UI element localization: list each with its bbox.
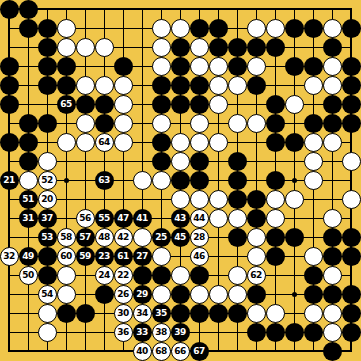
white-stone-numbered: 60: [57, 247, 76, 266]
white-stone: [247, 304, 266, 323]
white-stone: [266, 190, 285, 209]
black-stone: [0, 0, 19, 19]
black-stone: [0, 76, 19, 95]
black-stone: [209, 304, 228, 323]
white-stone: [190, 57, 209, 76]
white-stone-numbered: 32: [0, 247, 19, 266]
black-stone: [323, 247, 342, 266]
black-stone: [266, 133, 285, 152]
white-stone: [209, 57, 228, 76]
black-stone: [228, 304, 247, 323]
white-stone-numbered: 50: [19, 266, 38, 285]
white-stone: [114, 95, 133, 114]
black-stone: [323, 285, 342, 304]
white-stone: [266, 209, 285, 228]
white-stone: [209, 209, 228, 228]
black-stone: [57, 57, 76, 76]
white-stone: [285, 95, 304, 114]
white-stone-numbered: 66: [171, 342, 190, 361]
black-stone: [266, 247, 285, 266]
black-stone: [190, 19, 209, 38]
black-stone-numbered: 45: [171, 228, 190, 247]
white-stone: [228, 266, 247, 285]
white-stone: [304, 304, 323, 323]
black-stone: [57, 76, 76, 95]
white-stone-numbered: 62: [247, 266, 266, 285]
white-stone: [247, 247, 266, 266]
black-stone: [19, 114, 38, 133]
black-stone: [38, 57, 57, 76]
black-stone-numbered: 39: [171, 323, 190, 342]
black-stone-numbered: 37: [38, 209, 57, 228]
white-stone-numbered: 34: [133, 304, 152, 323]
black-stone: [133, 266, 152, 285]
white-stone: [209, 133, 228, 152]
white-stone-numbered: 26: [114, 285, 133, 304]
black-stone: [95, 285, 114, 304]
white-stone: [76, 133, 95, 152]
white-stone: [266, 304, 285, 323]
white-stone: [285, 190, 304, 209]
black-stone: [19, 133, 38, 152]
black-stone-numbered: 29: [133, 285, 152, 304]
black-stone: [152, 152, 171, 171]
white-stone: [57, 38, 76, 57]
white-stone: [152, 57, 171, 76]
black-stone: [342, 323, 361, 342]
black-stone: [247, 38, 266, 57]
black-stone: [95, 95, 114, 114]
black-stone: [247, 76, 266, 95]
white-stone-numbered: 48: [95, 228, 114, 247]
white-stone: [209, 76, 228, 95]
star-point: [292, 292, 297, 297]
black-stone: [171, 171, 190, 190]
white-stone-numbered: 40: [133, 342, 152, 361]
black-stone: [209, 19, 228, 38]
black-stone: [76, 304, 95, 323]
black-stone: [38, 19, 57, 38]
black-stone: [304, 285, 323, 304]
black-stone-numbered: 23: [95, 247, 114, 266]
white-stone: [323, 133, 342, 152]
black-stone: [38, 114, 57, 133]
black-stone-numbered: 51: [19, 190, 38, 209]
white-stone: [57, 19, 76, 38]
white-stone-numbered: 22: [114, 266, 133, 285]
black-stone: [342, 228, 361, 247]
white-stone: [114, 76, 133, 95]
white-stone: [304, 247, 323, 266]
white-stone: [342, 190, 361, 209]
black-stone-numbered: 35: [152, 304, 171, 323]
black-stone: [190, 76, 209, 95]
white-stone: [171, 152, 190, 171]
white-stone: [133, 228, 152, 247]
white-stone: [95, 76, 114, 95]
black-stone: [247, 285, 266, 304]
black-stone: [247, 190, 266, 209]
white-stone: [247, 228, 266, 247]
white-stone: [57, 285, 76, 304]
black-stone: [266, 323, 285, 342]
white-stone: [209, 285, 228, 304]
black-stone: [152, 133, 171, 152]
black-stone: [342, 19, 361, 38]
white-stone-numbered: 52: [38, 171, 57, 190]
white-stone: [171, 266, 190, 285]
white-stone-numbered: 30: [114, 304, 133, 323]
black-stone: [190, 266, 209, 285]
black-stone: [304, 266, 323, 285]
black-stone-numbered: 63: [95, 171, 114, 190]
black-stone: [266, 95, 285, 114]
white-stone: [114, 114, 133, 133]
white-stone: [133, 171, 152, 190]
white-stone: [171, 133, 190, 152]
black-stone: [342, 304, 361, 323]
black-stone: [304, 19, 323, 38]
black-stone: [152, 76, 171, 95]
black-stone: [171, 304, 190, 323]
black-stone-numbered: 49: [19, 247, 38, 266]
black-stone: [0, 133, 19, 152]
white-stone: [304, 152, 323, 171]
black-stone: [266, 171, 285, 190]
black-stone: [247, 209, 266, 228]
white-stone: [19, 171, 38, 190]
black-stone: [209, 38, 228, 57]
white-stone: [342, 152, 361, 171]
black-stone: [342, 57, 361, 76]
black-stone: [38, 266, 57, 285]
black-stone-numbered: 57: [76, 228, 95, 247]
black-stone: [323, 342, 342, 361]
black-stone-numbered: 61: [114, 247, 133, 266]
black-stone: [171, 76, 190, 95]
white-stone-numbered: 68: [152, 342, 171, 361]
black-stone: [114, 57, 133, 76]
black-stone: [304, 57, 323, 76]
white-stone: [247, 57, 266, 76]
white-stone-numbered: 58: [57, 228, 76, 247]
black-stone: [266, 38, 285, 57]
white-stone-numbered: 44: [190, 209, 209, 228]
screenshot-stage: 6564215263512031375655474143445358574842…: [0, 0, 361, 361]
white-stone: [266, 19, 285, 38]
white-stone: [323, 76, 342, 95]
black-stone: [190, 304, 209, 323]
black-stone: [342, 114, 361, 133]
black-stone: [323, 38, 342, 57]
black-stone: [152, 266, 171, 285]
white-stone: [57, 266, 76, 285]
black-stone: [285, 323, 304, 342]
white-stone-numbered: 28: [190, 228, 209, 247]
black-stone: [228, 190, 247, 209]
white-stone: [152, 247, 171, 266]
black-stone-numbered: 47: [114, 209, 133, 228]
black-stone: [342, 285, 361, 304]
white-stone: [323, 304, 342, 323]
black-stone-numbered: 25: [152, 228, 171, 247]
white-stone: [247, 19, 266, 38]
black-stone: [285, 19, 304, 38]
white-stone-numbered: 42: [114, 228, 133, 247]
white-stone: [323, 57, 342, 76]
black-stone: [19, 0, 38, 19]
black-stone: [190, 152, 209, 171]
white-stone-numbered: 20: [38, 190, 57, 209]
black-stone: [304, 323, 323, 342]
star-point: [292, 178, 297, 183]
white-stone: [304, 76, 323, 95]
black-stone: [228, 228, 247, 247]
black-stone-numbered: 27: [133, 247, 152, 266]
white-stone: [76, 114, 95, 133]
black-stone: [342, 247, 361, 266]
white-stone: [38, 323, 57, 342]
black-stone: [57, 304, 76, 323]
black-stone: [19, 152, 38, 171]
black-stone: [0, 95, 19, 114]
white-stone: [152, 285, 171, 304]
black-stone: [171, 285, 190, 304]
white-stone: [323, 209, 342, 228]
white-stone: [57, 133, 76, 152]
black-stone-numbered: 59: [76, 247, 95, 266]
black-stone-numbered: 55: [95, 209, 114, 228]
black-stone: [304, 114, 323, 133]
white-stone: [190, 133, 209, 152]
white-stone: [171, 19, 190, 38]
black-stone: [266, 114, 285, 133]
white-stone: [152, 38, 171, 57]
white-stone: [209, 95, 228, 114]
white-stone: [228, 285, 247, 304]
white-stone: [190, 38, 209, 57]
black-stone: [285, 57, 304, 76]
black-stone: [285, 228, 304, 247]
white-stone: [38, 152, 57, 171]
white-stone: [228, 76, 247, 95]
black-stone: [266, 228, 285, 247]
black-stone-numbered: 65: [57, 95, 76, 114]
white-stone: [152, 19, 171, 38]
white-stone: [304, 133, 323, 152]
black-stone: [342, 95, 361, 114]
white-stone: [323, 323, 342, 342]
white-stone: [323, 19, 342, 38]
black-stone-numbered: 53: [38, 228, 57, 247]
black-stone: [228, 171, 247, 190]
white-stone-numbered: 36: [114, 323, 133, 342]
black-stone: [342, 76, 361, 95]
white-stone: [152, 114, 171, 133]
black-stone-numbered: 33: [133, 323, 152, 342]
black-stone: [323, 228, 342, 247]
black-stone-numbered: 67: [190, 342, 209, 361]
black-stone: [38, 38, 57, 57]
go-board[interactable]: 6564215263512031375655474143445358574842…: [0, 0, 361, 361]
black-stone: [285, 133, 304, 152]
star-point: [64, 178, 69, 183]
white-stone: [190, 190, 209, 209]
black-stone-numbered: 41: [133, 209, 152, 228]
black-stone-numbered: 21: [0, 171, 19, 190]
black-stone: [19, 19, 38, 38]
white-stone: [323, 266, 342, 285]
white-stone: [190, 285, 209, 304]
white-stone: [171, 190, 190, 209]
white-stone: [95, 38, 114, 57]
black-stone: [190, 171, 209, 190]
black-stone: [171, 38, 190, 57]
white-stone-numbered: 46: [190, 247, 209, 266]
white-stone-numbered: 54: [38, 285, 57, 304]
white-stone: [228, 209, 247, 228]
white-stone-numbered: 64: [95, 133, 114, 152]
white-stone: [76, 76, 95, 95]
black-stone: [323, 95, 342, 114]
white-stone: [190, 114, 209, 133]
board-vline: [85, 8, 86, 352]
black-stone: [38, 76, 57, 95]
black-stone: [228, 57, 247, 76]
white-stone: [228, 114, 247, 133]
black-stone: [95, 114, 114, 133]
white-stone: [304, 171, 323, 190]
black-stone: [76, 95, 95, 114]
black-stone: [152, 95, 171, 114]
white-stone: [114, 133, 133, 152]
black-stone: [247, 323, 266, 342]
white-stone: [152, 171, 171, 190]
black-stone-numbered: 43: [171, 209, 190, 228]
black-stone: [228, 38, 247, 57]
white-stone: [247, 114, 266, 133]
black-stone: [190, 95, 209, 114]
black-stone: [0, 57, 19, 76]
black-stone: [38, 247, 57, 266]
white-stone: [38, 304, 57, 323]
black-stone: [228, 152, 247, 171]
black-stone-numbered: 31: [19, 209, 38, 228]
black-stone: [171, 95, 190, 114]
black-stone: [323, 114, 342, 133]
white-stone: [76, 38, 95, 57]
white-stone: [209, 190, 228, 209]
white-stone-numbered: 24: [95, 266, 114, 285]
white-stone-numbered: 38: [152, 323, 171, 342]
white-stone-numbered: 56: [76, 209, 95, 228]
black-stone: [171, 57, 190, 76]
